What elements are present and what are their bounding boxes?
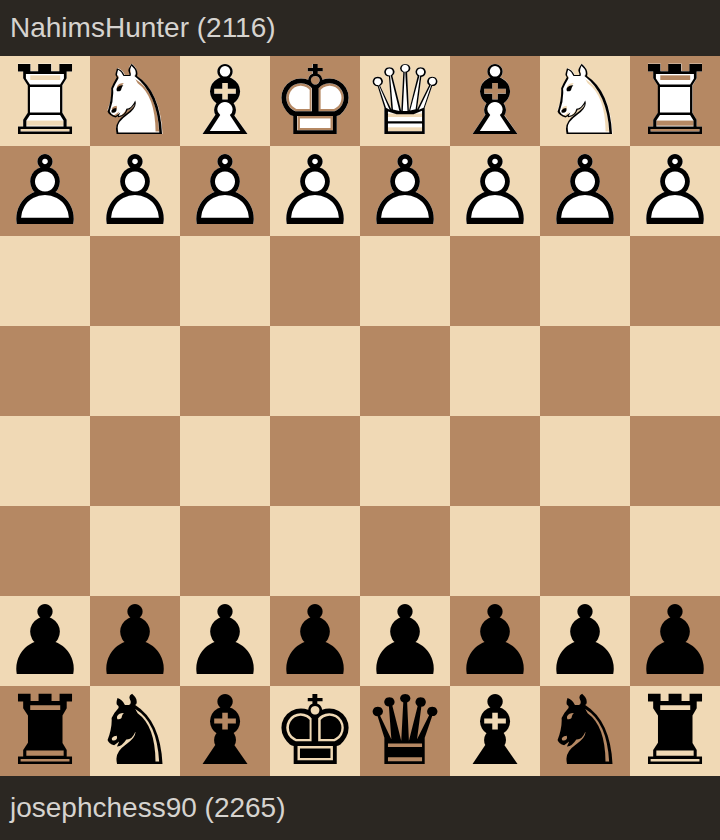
square-b6[interactable] (540, 506, 630, 596)
top-player-label: NahimsHunter (2116) (10, 12, 276, 44)
piece-white-queen: ♕ (360, 56, 450, 146)
piece-black-bishop: ♝ (450, 686, 540, 776)
piece-black-pawn: ♟ (180, 596, 270, 686)
piece-white-rook: ♖ (630, 56, 720, 146)
piece-white-pawn: ♙ (540, 146, 630, 236)
piece-black-pawn: ♟ (630, 596, 720, 686)
square-h3[interactable] (0, 236, 90, 326)
piece-black-knight: ♞ (90, 686, 180, 776)
piece-white-queen-fill: ♛ (360, 56, 450, 146)
square-e7[interactable]: ♟ (270, 596, 360, 686)
square-b8[interactable]: ♞ (540, 686, 630, 776)
square-c3[interactable] (450, 236, 540, 326)
square-e8[interactable]: ♚ (270, 686, 360, 776)
square-a4[interactable] (630, 326, 720, 416)
square-c8[interactable]: ♝ (450, 686, 540, 776)
square-a5[interactable] (630, 416, 720, 506)
square-f6[interactable] (180, 506, 270, 596)
piece-white-pawn: ♙ (270, 146, 360, 236)
square-h5[interactable] (0, 416, 90, 506)
square-e6[interactable] (270, 506, 360, 596)
piece-white-pawn: ♙ (360, 146, 450, 236)
square-e5[interactable] (270, 416, 360, 506)
bottom-player-bar: josephchess90 (2265) (0, 776, 720, 840)
chess-board: ♜♖♞♘♝♗♚♔♛♕♝♗♞♘♜♖♟♙♟♙♟♙♟♙♟♙♟♙♟♙♟♙♟♟♟♟♟♟♟♟… (0, 56, 720, 776)
square-h1[interactable]: ♜♖ (0, 56, 90, 146)
square-f8[interactable]: ♝ (180, 686, 270, 776)
square-g7[interactable]: ♟ (90, 596, 180, 686)
square-c2[interactable]: ♟♙ (450, 146, 540, 236)
square-c1[interactable]: ♝♗ (450, 56, 540, 146)
piece-black-pawn: ♟ (540, 596, 630, 686)
square-f7[interactable]: ♟ (180, 596, 270, 686)
piece-white-bishop: ♗ (180, 56, 270, 146)
piece-white-pawn-fill: ♟ (180, 146, 270, 236)
square-a3[interactable] (630, 236, 720, 326)
piece-white-king: ♔ (270, 56, 360, 146)
square-c4[interactable] (450, 326, 540, 416)
square-h8[interactable]: ♜ (0, 686, 90, 776)
piece-white-pawn: ♙ (630, 146, 720, 236)
square-g1[interactable]: ♞♘ (90, 56, 180, 146)
piece-white-pawn: ♙ (90, 146, 180, 236)
square-e1[interactable]: ♚♔ (270, 56, 360, 146)
bottom-player-label: josephchess90 (2265) (10, 792, 286, 824)
piece-black-bishop: ♝ (180, 686, 270, 776)
square-h6[interactable] (0, 506, 90, 596)
square-d3[interactable] (360, 236, 450, 326)
square-g4[interactable] (90, 326, 180, 416)
piece-white-pawn-fill: ♟ (0, 146, 90, 236)
piece-black-queen: ♛ (360, 686, 450, 776)
piece-white-knight: ♘ (90, 56, 180, 146)
square-d8[interactable]: ♛ (360, 686, 450, 776)
piece-white-pawn: ♙ (450, 146, 540, 236)
piece-white-pawn-fill: ♟ (90, 146, 180, 236)
piece-black-pawn: ♟ (450, 596, 540, 686)
square-f3[interactable] (180, 236, 270, 326)
square-e3[interactable] (270, 236, 360, 326)
square-b3[interactable] (540, 236, 630, 326)
square-d6[interactable] (360, 506, 450, 596)
square-h2[interactable]: ♟♙ (0, 146, 90, 236)
piece-black-pawn: ♟ (0, 596, 90, 686)
square-e4[interactable] (270, 326, 360, 416)
square-f2[interactable]: ♟♙ (180, 146, 270, 236)
square-b5[interactable] (540, 416, 630, 506)
square-g5[interactable] (90, 416, 180, 506)
square-d4[interactable] (360, 326, 450, 416)
piece-white-pawn: ♙ (0, 146, 90, 236)
piece-black-pawn: ♟ (90, 596, 180, 686)
piece-white-pawn-fill: ♟ (630, 146, 720, 236)
piece-black-rook: ♜ (630, 686, 720, 776)
piece-black-knight: ♞ (540, 686, 630, 776)
piece-black-pawn: ♟ (360, 596, 450, 686)
square-e2[interactable]: ♟♙ (270, 146, 360, 236)
square-g3[interactable] (90, 236, 180, 326)
piece-white-bishop: ♗ (450, 56, 540, 146)
square-d1[interactable]: ♛♕ (360, 56, 450, 146)
square-h7[interactable]: ♟ (0, 596, 90, 686)
piece-white-rook: ♖ (0, 56, 90, 146)
piece-white-knight: ♘ (540, 56, 630, 146)
piece-white-rook-fill: ♜ (630, 56, 720, 146)
square-d5[interactable] (360, 416, 450, 506)
piece-black-king: ♚ (270, 686, 360, 776)
square-a6[interactable] (630, 506, 720, 596)
chess-game-screen: NahimsHunter (2116) ♜♖♞♘♝♗♚♔♛♕♝♗♞♘♜♖♟♙♟♙… (0, 0, 720, 840)
piece-white-king-fill: ♚ (270, 56, 360, 146)
piece-white-rook-fill: ♜ (0, 56, 90, 146)
square-b7[interactable]: ♟ (540, 596, 630, 686)
square-c5[interactable] (450, 416, 540, 506)
square-d7[interactable]: ♟ (360, 596, 450, 686)
square-d2[interactable]: ♟♙ (360, 146, 450, 236)
square-b2[interactable]: ♟♙ (540, 146, 630, 236)
piece-white-pawn-fill: ♟ (270, 146, 360, 236)
square-f4[interactable] (180, 326, 270, 416)
square-f5[interactable] (180, 416, 270, 506)
top-player-bar: NahimsHunter (2116) (0, 0, 720, 56)
piece-white-bishop-fill: ♝ (180, 56, 270, 146)
square-h4[interactable] (0, 326, 90, 416)
square-g2[interactable]: ♟♙ (90, 146, 180, 236)
piece-white-knight-fill: ♞ (90, 56, 180, 146)
piece-black-pawn: ♟ (270, 596, 360, 686)
piece-white-pawn: ♙ (180, 146, 270, 236)
piece-white-pawn-fill: ♟ (450, 146, 540, 236)
piece-black-rook: ♜ (0, 686, 90, 776)
square-c7[interactable]: ♟ (450, 596, 540, 686)
piece-white-pawn-fill: ♟ (360, 146, 450, 236)
piece-white-pawn-fill: ♟ (540, 146, 630, 236)
square-g8[interactable]: ♞ (90, 686, 180, 776)
square-a8[interactable]: ♜ (630, 686, 720, 776)
square-f1[interactable]: ♝♗ (180, 56, 270, 146)
piece-white-bishop-fill: ♝ (450, 56, 540, 146)
square-c6[interactable] (450, 506, 540, 596)
square-a1[interactable]: ♜♖ (630, 56, 720, 146)
piece-white-knight-fill: ♞ (540, 56, 630, 146)
square-a2[interactable]: ♟♙ (630, 146, 720, 236)
square-b1[interactable]: ♞♘ (540, 56, 630, 146)
square-b4[interactable] (540, 326, 630, 416)
square-g6[interactable] (90, 506, 180, 596)
square-a7[interactable]: ♟ (630, 596, 720, 686)
